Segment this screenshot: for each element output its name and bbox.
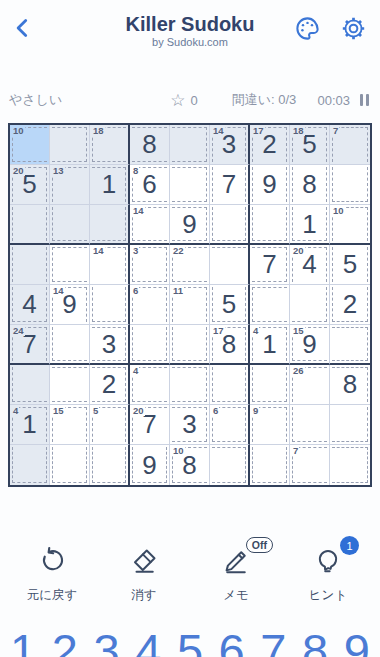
star-icon: ☆ bbox=[170, 94, 185, 107]
cage-sum-label: 9 bbox=[252, 405, 259, 416]
undo-button[interactable]: 元に戻す bbox=[13, 545, 91, 605]
cell-r3c9[interactable]: 10 bbox=[330, 205, 370, 245]
cell-r8c5[interactable]: 3 bbox=[170, 405, 210, 445]
cell-digit: 8 bbox=[130, 125, 169, 164]
cell-digit: 7 bbox=[250, 245, 289, 284]
undo-icon bbox=[37, 546, 67, 579]
cage-sum-label: 5 bbox=[92, 405, 99, 416]
mistakes-label: 間違い: bbox=[232, 92, 275, 107]
cage-sum-label: 8 bbox=[132, 165, 139, 176]
hint-button[interactable]: 1 ヒント bbox=[289, 545, 367, 605]
cell-digit: 5 bbox=[210, 285, 248, 324]
cell-r9c5[interactable]: 108 bbox=[170, 445, 210, 485]
chevron-left-icon bbox=[10, 29, 36, 44]
eraser-icon bbox=[129, 546, 159, 579]
cell-r8c4[interactable]: 207 bbox=[130, 405, 170, 445]
cell-r1c2[interactable] bbox=[50, 125, 90, 165]
cell-digit: 2 bbox=[330, 285, 370, 324]
cell-r3c2[interactable] bbox=[50, 205, 90, 245]
cell-r3c1[interactable] bbox=[10, 205, 50, 245]
cage-sum-label: 15 bbox=[292, 325, 305, 336]
cage-sum-label: 4 bbox=[12, 405, 19, 416]
cell-r5c8[interactable] bbox=[290, 285, 330, 325]
cell-r6c6[interactable]: 178 bbox=[210, 325, 250, 365]
cell-r1c6[interactable]: 143 bbox=[210, 125, 250, 165]
cell-r6c3[interactable]: 3 bbox=[90, 325, 130, 365]
cell-r2c3[interactable]: 1 bbox=[90, 165, 130, 205]
cell-r2c5[interactable] bbox=[170, 165, 210, 205]
cage-sum-label: 13 bbox=[52, 165, 65, 176]
cell-r6c7[interactable]: 41 bbox=[250, 325, 290, 365]
cage-sum-label: 7 bbox=[292, 445, 299, 456]
cell-r6c5[interactable] bbox=[170, 325, 210, 365]
notes-off-badge: Off bbox=[246, 537, 273, 553]
cell-r7c6[interactable] bbox=[210, 365, 250, 405]
cell-digit: 7 bbox=[210, 165, 248, 204]
back-button[interactable] bbox=[8, 14, 38, 44]
cage-sum-label: 17 bbox=[252, 125, 265, 136]
cell-r5c2[interactable]: 149 bbox=[50, 285, 90, 325]
cell-r4c7[interactable]: 7 bbox=[250, 245, 290, 285]
cage-sum-label: 6 bbox=[212, 405, 219, 416]
cell-digit: 9 bbox=[170, 205, 209, 243]
cell-r2c8[interactable]: 8 bbox=[290, 165, 330, 205]
cell-digit: 1 bbox=[290, 205, 329, 243]
cell-r6c2[interactable] bbox=[50, 325, 90, 365]
cage-sum-label: 7 bbox=[332, 125, 339, 136]
cage-sum-label: 18 bbox=[292, 125, 305, 136]
numpad-2[interactable]: 2 bbox=[52, 627, 78, 657]
toolbar: 元に戻す 消す Off メモ 1 bbox=[0, 545, 380, 605]
numpad-8[interactable]: 8 bbox=[302, 627, 328, 657]
palette-icon bbox=[294, 30, 321, 45]
cage-sum-label: 14 bbox=[92, 245, 105, 256]
cell-r7c5[interactable] bbox=[170, 365, 210, 405]
cell-r7c1[interactable] bbox=[10, 365, 50, 405]
cell-digit: 9 bbox=[130, 445, 169, 485]
cage-sum-label: 14 bbox=[212, 125, 225, 136]
cell-digit: 9 bbox=[250, 165, 289, 204]
cage-sum-label: 20 bbox=[292, 245, 305, 256]
cell-digit: 3 bbox=[90, 325, 128, 363]
cell-r1c3[interactable]: 18 bbox=[90, 125, 130, 165]
cell-digit: 8 bbox=[290, 165, 329, 204]
cell-r2c1[interactable]: 205 bbox=[10, 165, 50, 205]
pencil-icon bbox=[221, 546, 251, 579]
status-bar: やさしい ☆ 0 間違い: 0/3 00:03 bbox=[0, 91, 380, 109]
pause-icon bbox=[360, 94, 363, 106]
cage-sum-label: 10 bbox=[172, 445, 185, 456]
cell-r8c9[interactable] bbox=[330, 405, 370, 445]
cell-r5c3[interactable] bbox=[90, 285, 130, 325]
numpad-6[interactable]: 6 bbox=[219, 627, 245, 657]
cell-r3c7[interactable] bbox=[250, 205, 290, 245]
cell-r1c5[interactable] bbox=[170, 125, 210, 165]
cage-sum-label: 14 bbox=[52, 285, 65, 296]
cage-sum-label: 4 bbox=[252, 325, 259, 336]
cell-r4c2[interactable] bbox=[50, 245, 90, 285]
cage-sum-label: 26 bbox=[292, 365, 305, 376]
numpad-5[interactable]: 5 bbox=[177, 627, 203, 657]
cell-r8c7[interactable]: 9 bbox=[250, 405, 290, 445]
numpad-3[interactable]: 3 bbox=[93, 627, 119, 657]
cell-r7c4[interactable]: 4 bbox=[130, 365, 170, 405]
cell-r9c3[interactable] bbox=[90, 445, 130, 485]
cage-sum-label: 3 bbox=[132, 245, 139, 256]
cage-sum-label: 20 bbox=[12, 165, 25, 176]
numpad-4[interactable]: 4 bbox=[135, 627, 161, 657]
cell-digit: 2 bbox=[90, 365, 128, 404]
cell-r4c3[interactable]: 14 bbox=[90, 245, 130, 285]
cell-r7c7[interactable] bbox=[250, 365, 290, 405]
cage-sum-label: 20 bbox=[132, 405, 145, 416]
sudoku-board: 1018814317218572051318679814911014322720… bbox=[8, 123, 372, 487]
hint-label: ヒント bbox=[309, 587, 347, 604]
timer: 00:03 bbox=[317, 93, 350, 108]
cell-r6c8[interactable]: 159 bbox=[290, 325, 330, 365]
cell-r8c1[interactable]: 41 bbox=[10, 405, 50, 445]
cell-r3c4[interactable]: 14 bbox=[130, 205, 170, 245]
pause-button[interactable] bbox=[358, 92, 371, 108]
cage-sum-label: 4 bbox=[132, 365, 139, 376]
cell-r9c1[interactable] bbox=[10, 445, 50, 485]
cell-r4c4[interactable]: 3 bbox=[130, 245, 170, 285]
cell-r9c6[interactable] bbox=[210, 445, 250, 485]
gear-icon bbox=[340, 30, 367, 45]
cell-r5c7[interactable] bbox=[250, 285, 290, 325]
undo-label: 元に戻す bbox=[27, 587, 78, 604]
star-count: 0 bbox=[190, 93, 197, 108]
cell-r1c8[interactable]: 185 bbox=[290, 125, 330, 165]
cage-sum-label: 17 bbox=[212, 325, 225, 336]
cell-r4c1[interactable] bbox=[10, 245, 50, 285]
cage-sum-label: 15 bbox=[52, 405, 65, 416]
cell-r1c9[interactable]: 7 bbox=[330, 125, 370, 165]
cell-r1c7[interactable]: 172 bbox=[250, 125, 290, 165]
cell-r3c5[interactable]: 9 bbox=[170, 205, 210, 245]
cell-r3c6[interactable] bbox=[210, 205, 250, 245]
erase-label: 消す bbox=[131, 587, 156, 604]
cell-r7c8[interactable]: 26 bbox=[290, 365, 330, 405]
cell-digit: 8 bbox=[330, 365, 370, 404]
cell-r2c4[interactable]: 86 bbox=[130, 165, 170, 205]
cell-r9c9[interactable] bbox=[330, 445, 370, 485]
cage-sum-label: 11 bbox=[172, 285, 184, 296]
cell-r4c6[interactable] bbox=[210, 245, 250, 285]
erase-button[interactable]: 消す bbox=[105, 545, 183, 605]
cage-sum-label: 18 bbox=[92, 125, 105, 136]
cell-r8c2[interactable]: 15 bbox=[50, 405, 90, 445]
cell-digit: 5 bbox=[330, 245, 370, 284]
cage-sum-label: 6 bbox=[132, 285, 139, 296]
settings-button[interactable] bbox=[338, 14, 368, 44]
cell-r6c4[interactable] bbox=[130, 325, 170, 365]
notes-button[interactable]: Off メモ bbox=[197, 545, 275, 605]
cell-r9c7[interactable] bbox=[250, 445, 290, 485]
cell-r4c5[interactable]: 22 bbox=[170, 245, 210, 285]
cage-sum-label: 24 bbox=[12, 325, 25, 336]
cell-r4c8[interactable]: 204 bbox=[290, 245, 330, 285]
cell-r3c3[interactable] bbox=[90, 205, 130, 245]
cell-r9c2[interactable] bbox=[50, 445, 90, 485]
cell-r5c5[interactable]: 11 bbox=[170, 285, 210, 325]
cell-r5c1[interactable]: 4 bbox=[10, 285, 50, 325]
cell-r6c1[interactable]: 247 bbox=[10, 325, 50, 365]
cell-r1c1[interactable]: 10 bbox=[10, 125, 50, 165]
cell-r8c6[interactable]: 6 bbox=[210, 405, 250, 445]
difficulty-label: やさしい bbox=[9, 91, 62, 109]
cell-r7c3[interactable]: 2 bbox=[90, 365, 130, 405]
hint-count-badge: 1 bbox=[340, 536, 359, 555]
cell-r2c6[interactable]: 7 bbox=[210, 165, 250, 205]
cell-digit: 3 bbox=[170, 405, 209, 444]
cage-sum-label: 10 bbox=[332, 205, 345, 216]
numpad-7[interactable]: 7 bbox=[260, 627, 286, 657]
killer-sudoku-app: Killer Sudoku by Sudoku.com bbox=[0, 0, 380, 657]
number-pad: 123456789 bbox=[0, 627, 380, 657]
cell-r9c4[interactable]: 9 bbox=[130, 445, 170, 485]
cage-sum-label: 14 bbox=[132, 205, 145, 216]
mistakes-value: 0/3 bbox=[278, 92, 296, 107]
cell-r8c3[interactable]: 5 bbox=[90, 405, 130, 445]
cell-r1c4[interactable]: 8 bbox=[130, 125, 170, 165]
cell-digit: 1 bbox=[90, 165, 128, 204]
cell-r2c2[interactable]: 13 bbox=[50, 165, 90, 205]
cell-r5c6[interactable]: 5 bbox=[210, 285, 250, 325]
cell-r2c7[interactable]: 9 bbox=[250, 165, 290, 205]
cell-r7c2[interactable] bbox=[50, 365, 90, 405]
cell-r6c9[interactable] bbox=[330, 325, 370, 365]
cage-sum-label: 22 bbox=[172, 245, 185, 256]
cage-sum-label: 10 bbox=[12, 125, 25, 136]
cell-r4c9[interactable]: 5 bbox=[330, 245, 370, 285]
numpad-9[interactable]: 9 bbox=[344, 627, 370, 657]
cell-r9c8[interactable]: 7 bbox=[290, 445, 330, 485]
cell-r8c8[interactable] bbox=[290, 405, 330, 445]
cell-r3c8[interactable]: 1 bbox=[290, 205, 330, 245]
notes-label: メモ bbox=[223, 587, 249, 604]
cell-digit: 4 bbox=[10, 285, 49, 324]
header: Killer Sudoku by Sudoku.com bbox=[0, 0, 380, 63]
cell-r5c9[interactable]: 2 bbox=[330, 285, 370, 325]
cell-r7c9[interactable]: 8 bbox=[330, 365, 370, 405]
cell-r5c4[interactable]: 6 bbox=[130, 285, 170, 325]
numpad-1[interactable]: 1 bbox=[10, 627, 36, 657]
theme-button[interactable] bbox=[292, 14, 322, 44]
cell-r2c9[interactable] bbox=[330, 165, 370, 205]
lightbulb-icon bbox=[313, 546, 343, 579]
